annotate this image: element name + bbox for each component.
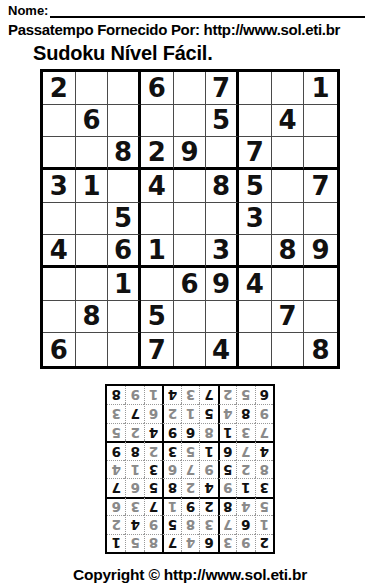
solution-cell-r1c7: 8 (144, 534, 162, 552)
puzzle-cell-r1c7[interactable] (239, 72, 272, 105)
solution-cell-r1c2: 9 (236, 534, 254, 552)
puzzle-cell-r9c5[interactable] (174, 333, 207, 366)
puzzle-cell-r3c7: 7 (239, 137, 272, 170)
puzzle-cell-r9c9: 8 (304, 333, 337, 366)
solution-cell-r8c8: 7 (125, 404, 143, 422)
solution-cell-r2c8: 4 (125, 515, 143, 533)
puzzle-cell-r1c1: 2 (43, 72, 76, 105)
solution-cell-r3c9: 6 (107, 497, 125, 515)
puzzle-cell-r2c6: 5 (206, 105, 239, 138)
puzzle-cell-r3c9[interactable] (304, 137, 337, 170)
solution-cell-r6c8: 8 (125, 441, 143, 459)
puzzle-cell-r4c9: 7 (304, 170, 337, 203)
puzzle-cell-r4c4: 4 (141, 170, 174, 203)
puzzle-cell-r7c4[interactable] (141, 268, 174, 301)
solution-cell-r1c8: 5 (125, 534, 143, 552)
puzzle-cell-r4c7: 5 (239, 170, 272, 203)
solution-cell-r9c2: 5 (236, 386, 254, 404)
solution-cell-r9c9: 8 (107, 386, 125, 404)
solution-cell-r9c1: 6 (255, 386, 273, 404)
puzzle-cell-r9c1: 6 (43, 333, 76, 366)
puzzle-cell-r6c4: 1 (141, 235, 174, 268)
solution-cell-r4c8: 6 (125, 478, 143, 496)
solution-cell-r1c6: 7 (162, 534, 180, 552)
puzzle-cell-r3c2[interactable] (76, 137, 109, 170)
solution-cell-r7c7: 4 (144, 423, 162, 441)
solution-cell-r8c3: 4 (218, 404, 236, 422)
solution-cell-r6c6: 3 (162, 441, 180, 459)
solution-cell-r2c3: 7 (218, 515, 236, 533)
puzzle-cell-r4c5[interactable] (174, 170, 207, 203)
puzzle-cell-r7c2[interactable] (76, 268, 109, 301)
solution-cell-r3c6: 1 (162, 497, 180, 515)
sudoku-page: Nome: Passatempo Fornecido Por: http://w… (0, 0, 380, 584)
solution-cell-r5c5: 7 (181, 460, 199, 478)
puzzle-cell-r4c6: 8 (206, 170, 239, 203)
solution-cell-r6c4: 1 (199, 441, 217, 459)
solution-cell-r5c6: 6 (162, 460, 180, 478)
solution-cell-r5c2: 2 (236, 460, 254, 478)
puzzle-cell-r3c1[interactable] (43, 137, 76, 170)
puzzle-cell-r8c5[interactable] (174, 301, 207, 334)
puzzle-cell-r8c9[interactable] (304, 301, 337, 334)
solution-cell-r8c1: 9 (255, 404, 273, 422)
copyright-text: Copyright © http://www.sol.eti.br (8, 566, 372, 584)
puzzle-cell-r6c9: 9 (304, 235, 337, 268)
solution-cell-r3c4: 2 (199, 497, 217, 515)
puzzle-cell-r6c5[interactable] (174, 235, 207, 268)
solution-cell-r7c5: 6 (181, 423, 199, 441)
puzzle-cell-r4c3[interactable] (108, 170, 141, 203)
solution-cell-r3c3: 8 (218, 497, 236, 515)
solution-cell-r6c2: 7 (236, 441, 254, 459)
solution-cell-r6c1: 4 (255, 441, 273, 459)
puzzle-cell-r9c4: 7 (141, 333, 174, 366)
puzzle-cell-r8c7[interactable] (239, 301, 272, 334)
puzzle-cell-r3c8[interactable] (272, 137, 305, 170)
puzzle-cell-r7c5: 6 (174, 268, 207, 301)
puzzle-cell-r4c2: 1 (76, 170, 109, 203)
puzzle-cell-r9c2[interactable] (76, 333, 109, 366)
solution-cell-r4c9: 7 (107, 478, 125, 496)
puzzle-cell-r7c3: 1 (108, 268, 141, 301)
solution-cell-r8c7: 6 (144, 404, 162, 422)
puzzle-cell-r6c3: 6 (108, 235, 141, 268)
puzzle-cell-r2c4[interactable] (141, 105, 174, 138)
solution-cell-r4c7: 5 (144, 478, 162, 496)
solution-cell-r2c2: 6 (236, 515, 254, 533)
puzzle-cell-r3c4: 2 (141, 137, 174, 170)
puzzle-cell-r6c2[interactable] (76, 235, 109, 268)
solution-cell-r2c7: 9 (144, 515, 162, 533)
solution-cell-r4c1: 3 (255, 478, 273, 496)
solution-cell-r1c4: 6 (199, 534, 217, 552)
solution-cell-r6c3: 6 (218, 441, 236, 459)
puzzle-cell-r2c1[interactable] (43, 105, 76, 138)
puzzle-cell-r4c8[interactable] (272, 170, 305, 203)
puzzle-cell-r2c2: 6 (76, 105, 109, 138)
solution-cell-r3c2: 4 (236, 497, 254, 515)
solution-cell-r9c8: 9 (125, 386, 143, 404)
solution-cell-r2c1: 1 (255, 515, 273, 533)
solution-cell-r2c5: 8 (181, 515, 199, 533)
puzzle-cell-r7c9[interactable] (304, 268, 337, 301)
solution-cell-r7c6: 9 (162, 423, 180, 441)
puzzle-cell-r5c7: 3 (239, 203, 272, 236)
puzzle-cell-r5c2[interactable] (76, 203, 109, 236)
name-row: Nome: (8, 4, 372, 18)
solution-cell-r8c9: 3 (107, 404, 125, 422)
puzzle-cell-r5c3: 5 (108, 203, 141, 236)
solution-cell-r8c2: 8 (236, 404, 254, 422)
solution-cell-r7c3: 1 (218, 423, 236, 441)
puzzle-cell-r8c3[interactable] (108, 301, 141, 334)
puzzle-cell-r5c4[interactable] (141, 203, 174, 236)
solution-cell-r3c5: 9 (181, 497, 199, 515)
solution-cell-r8c6: 2 (162, 404, 180, 422)
puzzle-cell-r5c1[interactable] (43, 203, 76, 236)
solution-cell-r9c3: 2 (218, 386, 236, 404)
solution-cell-r7c9: 5 (107, 423, 125, 441)
puzzle-cell-r1c5[interactable] (174, 72, 207, 105)
puzzle-cell-r5c8[interactable] (272, 203, 305, 236)
page-title: Sudoku Nível Fácil. (33, 42, 372, 65)
solution-cell-r1c3: 3 (218, 534, 236, 552)
solution-cell-r7c4: 8 (199, 423, 217, 441)
name-fill-line[interactable] (50, 4, 365, 18)
puzzle-cell-r9c7[interactable] (239, 333, 272, 366)
puzzle-cell-r7c1[interactable] (43, 268, 76, 301)
solution-cell-r6c7: 2 (144, 441, 162, 459)
puzzle-cell-r1c4: 6 (141, 72, 174, 105)
puzzle-grid: 267165482973148575346138916948576748 (40, 69, 340, 369)
puzzle-cell-r7c7: 4 (239, 268, 272, 301)
solution-cell-r1c9: 1 (107, 534, 125, 552)
solution-cell-r7c1: 7 (255, 423, 273, 441)
puzzle-cell-r2c3[interactable] (108, 105, 141, 138)
solution-cell-r1c1: 2 (255, 534, 273, 552)
puzzle-cell-r3c3: 8 (108, 137, 141, 170)
puzzle-cell-r2c7[interactable] (239, 105, 272, 138)
solution-cell-r8c4: 5 (199, 404, 217, 422)
puzzle-cell-r6c1: 4 (43, 235, 76, 268)
solution-cell-r7c2: 3 (236, 423, 254, 441)
puzzle-cell-r8c6[interactable] (206, 301, 239, 334)
solution-cell-r4c5: 2 (181, 478, 199, 496)
solution-cell-r2c9: 2 (107, 515, 125, 533)
solution-cell-r2c4: 3 (199, 515, 217, 533)
solution-cell-r6c9: 9 (107, 441, 125, 459)
puzzle-cell-r8c1[interactable] (43, 301, 76, 334)
puzzle-cell-r3c5: 9 (174, 137, 207, 170)
solution-cell-r9c6: 4 (162, 386, 180, 404)
solution-cell-r9c4: 7 (199, 386, 217, 404)
solution-cell-r2c6: 5 (162, 515, 180, 533)
solution-cell-r8c5: 1 (181, 404, 199, 422)
provider-line: Passatempo Fornecido Por: http://www.sol… (8, 21, 372, 38)
solution-cell-r5c9: 4 (107, 460, 125, 478)
solution-cell-r3c1: 5 (255, 497, 273, 515)
solution-cell-r6c5: 5 (181, 441, 199, 459)
puzzle-cell-r5c5[interactable] (174, 203, 207, 236)
puzzle-cell-r9c8[interactable] (272, 333, 305, 366)
solution-cell-r7c8: 2 (125, 423, 143, 441)
puzzle-cell-r2c8: 4 (272, 105, 305, 138)
solution-grid-rotated: 2936478511673859425482917363194285678259… (105, 384, 275, 554)
puzzle-cell-r9c6: 4 (206, 333, 239, 366)
puzzle-cell-r8c8: 7 (272, 301, 305, 334)
puzzle-cell-r5c9[interactable] (304, 203, 337, 236)
solution-cell-r5c7: 3 (144, 460, 162, 478)
puzzle-cell-r6c8: 8 (272, 235, 305, 268)
solution-cell-r4c3: 9 (218, 478, 236, 496)
solution-cell-r9c7: 1 (144, 386, 162, 404)
solution-cell-r3c8: 3 (125, 497, 143, 515)
solution-cell-r5c8: 1 (125, 460, 143, 478)
puzzle-cell-r1c2[interactable] (76, 72, 109, 105)
puzzle-cell-r7c6: 9 (206, 268, 239, 301)
puzzle-cell-r1c9: 1 (304, 72, 337, 105)
solution-cell-r5c1: 8 (255, 460, 273, 478)
puzzle-cell-r8c4: 5 (141, 301, 174, 334)
solution-cell-r4c6: 8 (162, 478, 180, 496)
solution-cell-r3c7: 7 (144, 497, 162, 515)
puzzle-cell-r2c5[interactable] (174, 105, 207, 138)
solution-cell-r5c3: 5 (218, 460, 236, 478)
solution-cell-r4c4: 4 (199, 478, 217, 496)
solution-cell-r5c4: 9 (199, 460, 217, 478)
puzzle-cell-r5c6[interactable] (206, 203, 239, 236)
puzzle-cell-r9c3[interactable] (108, 333, 141, 366)
solution-cell-r1c5: 4 (181, 534, 199, 552)
puzzle-cell-r1c3[interactable] (108, 72, 141, 105)
puzzle-cell-r3c6[interactable] (206, 137, 239, 170)
solution-cell-r9c5: 3 (181, 386, 199, 404)
puzzle-cell-r1c6: 7 (206, 72, 239, 105)
puzzle-cell-r1c8[interactable] (272, 72, 305, 105)
puzzle-cell-r2c9[interactable] (304, 105, 337, 138)
puzzle-cell-r7c8[interactable] (272, 268, 305, 301)
name-label: Nome: (8, 4, 48, 18)
puzzle-cell-r6c6: 3 (206, 235, 239, 268)
puzzle-cell-r6c7[interactable] (239, 235, 272, 268)
solution-cell-r4c2: 1 (236, 478, 254, 496)
puzzle-cell-r8c2: 8 (76, 301, 109, 334)
puzzle-cell-r4c1: 3 (43, 170, 76, 203)
